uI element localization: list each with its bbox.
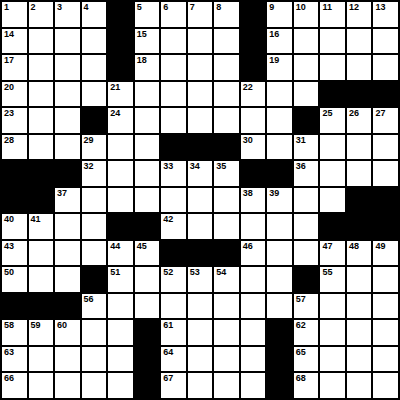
clue-number: 58: [4, 320, 14, 331]
cell-r8c5[interactable]: [108, 188, 133, 213]
cell-r13c3[interactable]: 60: [55, 320, 80, 345]
clue-number: 27: [375, 108, 385, 119]
clue-number: 36: [296, 161, 306, 172]
cell-r4c9[interactable]: [214, 82, 239, 107]
black-cell: [2, 294, 27, 319]
cell-r4c4[interactable]: [82, 82, 107, 107]
black-cell: [267, 373, 292, 398]
cell-r10c3[interactable]: [55, 241, 80, 266]
clue-number: 39: [269, 188, 279, 199]
clue-number: 53: [190, 267, 200, 278]
cell-r12c14[interactable]: [347, 294, 372, 319]
cell-r7c7[interactable]: 33: [161, 161, 186, 186]
clue-number: 57: [296, 294, 306, 305]
cell-r15c3[interactable]: [55, 373, 80, 398]
cell-r4c11[interactable]: [267, 82, 292, 107]
black-cell: [2, 188, 27, 213]
cell-r15c7[interactable]: 67: [161, 373, 186, 398]
cell-r1c3[interactable]: 3: [55, 2, 80, 27]
clue-number: 56: [84, 294, 94, 305]
cell-r14c15[interactable]: [373, 347, 398, 372]
clue-number: 29: [84, 135, 94, 146]
black-cell: [135, 214, 160, 239]
crossword-grid: 1234567891011121314151617181920212223242…: [0, 0, 400, 400]
cell-r9c8[interactable]: [188, 214, 213, 239]
cell-r12c8[interactable]: [188, 294, 213, 319]
cell-r4c7[interactable]: [161, 82, 186, 107]
cell-r9c1[interactable]: 40: [2, 214, 27, 239]
cell-r6c4[interactable]: 29: [82, 135, 107, 160]
cell-r6c12[interactable]: 31: [294, 135, 319, 160]
clue-number: 23: [4, 108, 14, 119]
clue-number: 49: [375, 241, 385, 252]
cell-r4c1[interactable]: 20: [2, 82, 27, 107]
black-cell: [241, 29, 266, 54]
black-cell: [55, 294, 80, 319]
clue-number: 10: [296, 2, 306, 13]
clue-number: 17: [4, 55, 14, 66]
cell-r5c9[interactable]: [214, 108, 239, 133]
clue-number: 18: [137, 55, 147, 66]
clue-number: 47: [322, 241, 332, 252]
black-cell: [161, 241, 186, 266]
cell-r8c8[interactable]: [188, 188, 213, 213]
black-cell: [82, 108, 107, 133]
cell-r11c1[interactable]: 50: [2, 267, 27, 292]
cell-r8c11[interactable]: 39: [267, 188, 292, 213]
black-cell: [241, 55, 266, 80]
cell-r3c14[interactable]: [347, 55, 372, 80]
cell-r7c8[interactable]: 34: [188, 161, 213, 186]
cell-r3c2[interactable]: [29, 55, 54, 80]
cell-r5c7[interactable]: [161, 108, 186, 133]
cell-r8c7[interactable]: [161, 188, 186, 213]
cell-r14c4[interactable]: [82, 347, 107, 372]
clue-number: 66: [4, 373, 14, 384]
black-cell: [347, 214, 372, 239]
cell-r8c9[interactable]: [214, 188, 239, 213]
black-cell: [108, 29, 133, 54]
cell-r1c1[interactable]: 1: [2, 2, 27, 27]
cell-r6c5[interactable]: [108, 135, 133, 160]
cell-r8c3[interactable]: 37: [55, 188, 80, 213]
clue-number: 45: [137, 241, 147, 252]
cell-r5c2[interactable]: [29, 108, 54, 133]
cell-r3c4[interactable]: [82, 55, 107, 80]
clue-number: 22: [243, 82, 253, 93]
cell-r3c1[interactable]: 17: [2, 55, 27, 80]
cell-r3c13[interactable]: [320, 55, 345, 80]
clue-number: 25: [322, 108, 332, 119]
black-cell: [294, 267, 319, 292]
cell-r8c6[interactable]: [135, 188, 160, 213]
cell-r15c1[interactable]: 66: [2, 373, 27, 398]
cell-r5c14[interactable]: 26: [347, 108, 372, 133]
cell-r12c13[interactable]: [320, 294, 345, 319]
clue-number: 21: [110, 82, 120, 93]
black-cell: [320, 82, 345, 107]
cell-r2c12[interactable]: [294, 29, 319, 54]
clue-number: 1: [4, 2, 9, 13]
clue-number: 20: [4, 82, 14, 93]
cell-r9c7[interactable]: 42: [161, 214, 186, 239]
cell-r6c14[interactable]: [347, 135, 372, 160]
cell-r6c2[interactable]: [29, 135, 54, 160]
cell-r15c8[interactable]: [188, 373, 213, 398]
cell-r4c5[interactable]: 21: [108, 82, 133, 107]
cell-r13c12[interactable]: 62: [294, 320, 319, 345]
cell-r11c6[interactable]: [135, 267, 160, 292]
cell-r14c7[interactable]: 64: [161, 347, 186, 372]
cell-r4c10[interactable]: 22: [241, 82, 266, 107]
cell-r15c15[interactable]: [373, 373, 398, 398]
cell-r13c2[interactable]: 59: [29, 320, 54, 345]
cell-r10c13[interactable]: 47: [320, 241, 345, 266]
clue-number: 16: [269, 29, 279, 40]
cell-r4c8[interactable]: [188, 82, 213, 107]
black-cell: [161, 135, 186, 160]
cell-r6c6[interactable]: [135, 135, 160, 160]
cell-r1c2[interactable]: 2: [29, 2, 54, 27]
cell-r11c8[interactable]: 53: [188, 267, 213, 292]
cell-r15c5[interactable]: [108, 373, 133, 398]
cell-r6c13[interactable]: [320, 135, 345, 160]
cell-r13c7[interactable]: 61: [161, 320, 186, 345]
black-cell: [373, 82, 398, 107]
black-cell: [373, 188, 398, 213]
black-cell: [267, 320, 292, 345]
cell-r2c1[interactable]: 14: [2, 29, 27, 54]
cell-r8c10[interactable]: 38: [241, 188, 266, 213]
clue-number: 32: [84, 161, 94, 172]
clue-number: 60: [57, 320, 67, 331]
cell-r10c10[interactable]: 46: [241, 241, 266, 266]
cell-r11c13[interactable]: 55: [320, 267, 345, 292]
black-cell: [347, 188, 372, 213]
black-cell: [294, 108, 319, 133]
cell-r12c15[interactable]: [373, 294, 398, 319]
black-cell: [108, 55, 133, 80]
cell-r3c3[interactable]: [55, 55, 80, 80]
cell-r7c5[interactable]: [108, 161, 133, 186]
cell-r3c12[interactable]: [294, 55, 319, 80]
cell-r7c9[interactable]: 35: [214, 161, 239, 186]
cell-r10c12[interactable]: [294, 241, 319, 266]
cell-r11c2[interactable]: [29, 267, 54, 292]
cell-r3c11[interactable]: 19: [267, 55, 292, 80]
cell-r10c1[interactable]: 43: [2, 241, 27, 266]
clue-number: 41: [31, 214, 41, 225]
cell-r5c10[interactable]: [241, 108, 266, 133]
cell-r3c9[interactable]: [214, 55, 239, 80]
black-cell: [135, 347, 160, 372]
clue-number: 67: [163, 373, 173, 384]
clue-number: 62: [296, 320, 306, 331]
cell-r5c13[interactable]: 25: [320, 108, 345, 133]
cell-r13c9[interactable]: [214, 320, 239, 345]
cell-r5c5[interactable]: 24: [108, 108, 133, 133]
clue-number: 4: [84, 2, 89, 13]
black-cell: [29, 294, 54, 319]
cell-r2c9[interactable]: [214, 29, 239, 54]
clue-number: 7: [190, 2, 195, 13]
cell-r8c13[interactable]: [320, 188, 345, 213]
cell-r10c5[interactable]: 44: [108, 241, 133, 266]
cell-r14c3[interactable]: [55, 347, 80, 372]
cell-r6c1[interactable]: 28: [2, 135, 27, 160]
cell-r11c14[interactable]: [347, 267, 372, 292]
clue-number: 8: [216, 2, 221, 13]
cell-r4c6[interactable]: [135, 82, 160, 107]
clue-number: 34: [190, 161, 200, 172]
cell-r7c4[interactable]: 32: [82, 161, 107, 186]
cell-r15c4[interactable]: [82, 373, 107, 398]
cell-r1c8[interactable]: 7: [188, 2, 213, 27]
cell-r11c10[interactable]: [241, 267, 266, 292]
clue-number: 37: [57, 188, 67, 199]
cell-r10c6[interactable]: 45: [135, 241, 160, 266]
clue-number: 2: [31, 2, 36, 13]
clue-number: 54: [216, 267, 226, 278]
clue-number: 61: [163, 320, 173, 331]
clue-number: 68: [296, 373, 306, 384]
clue-number: 15: [137, 29, 147, 40]
cell-r9c4[interactable]: [82, 214, 107, 239]
cell-r1c4[interactable]: 4: [82, 2, 107, 27]
cell-r9c12[interactable]: [294, 214, 319, 239]
cell-r1c6[interactable]: 5: [135, 2, 160, 27]
cell-r15c10[interactable]: [241, 373, 266, 398]
cell-r1c13[interactable]: 11: [320, 2, 345, 27]
cell-r7c6[interactable]: [135, 161, 160, 186]
cell-r13c15[interactable]: [373, 320, 398, 345]
cell-r10c2[interactable]: [29, 241, 54, 266]
cell-r1c14[interactable]: 12: [347, 2, 372, 27]
cell-r14c14[interactable]: [347, 347, 372, 372]
cell-r10c15[interactable]: 49: [373, 241, 398, 266]
cell-r2c3[interactable]: [55, 29, 80, 54]
clue-number: 40: [4, 214, 14, 225]
cell-r1c15[interactable]: 13: [373, 2, 398, 27]
cell-r5c6[interactable]: [135, 108, 160, 133]
cell-r4c12[interactable]: [294, 82, 319, 107]
clue-number: 11: [322, 2, 332, 13]
cell-r15c13[interactable]: [320, 373, 345, 398]
clue-number: 31: [296, 135, 306, 146]
cell-r6c11[interactable]: [267, 135, 292, 160]
black-cell: [320, 214, 345, 239]
cell-r12c11[interactable]: [267, 294, 292, 319]
clue-number: 28: [4, 135, 14, 146]
clue-number: 65: [296, 347, 306, 358]
cell-r5c8[interactable]: [188, 108, 213, 133]
cell-r11c9[interactable]: 54: [214, 267, 239, 292]
cell-r2c8[interactable]: [188, 29, 213, 54]
cell-r9c2[interactable]: 41: [29, 214, 54, 239]
cell-r5c11[interactable]: [267, 108, 292, 133]
clue-number: 9: [269, 2, 274, 13]
cell-r14c1[interactable]: 63: [2, 347, 27, 372]
clue-number: 3: [57, 2, 62, 13]
cell-r1c11[interactable]: 9: [267, 2, 292, 27]
clue-number: 12: [349, 2, 359, 13]
cell-r13c5[interactable]: [108, 320, 133, 345]
cell-r14c2[interactable]: [29, 347, 54, 372]
clue-number: 44: [110, 241, 120, 252]
cell-r14c13[interactable]: [320, 347, 345, 372]
cell-r10c4[interactable]: [82, 241, 107, 266]
cell-r1c9[interactable]: 8: [214, 2, 239, 27]
cell-r12c12[interactable]: 57: [294, 294, 319, 319]
cell-r13c1[interactable]: 58: [2, 320, 27, 345]
cell-r5c3[interactable]: [55, 108, 80, 133]
black-cell: [214, 241, 239, 266]
cell-r15c2[interactable]: [29, 373, 54, 398]
clue-number: 6: [163, 2, 168, 13]
cell-r8c4[interactable]: [82, 188, 107, 213]
cell-r14c8[interactable]: [188, 347, 213, 372]
black-cell: [108, 214, 133, 239]
cell-r11c7[interactable]: 52: [161, 267, 186, 292]
clue-number: 50: [4, 267, 14, 278]
black-cell: [267, 161, 292, 186]
cell-r2c4[interactable]: [82, 29, 107, 54]
clue-number: 59: [31, 320, 41, 331]
cell-r15c12[interactable]: 68: [294, 373, 319, 398]
cell-r11c3[interactable]: [55, 267, 80, 292]
clue-number: 14: [4, 29, 14, 40]
cell-r2c14[interactable]: [347, 29, 372, 54]
cell-r14c10[interactable]: [241, 347, 266, 372]
cell-r12c5[interactable]: [108, 294, 133, 319]
clue-number: 48: [349, 241, 359, 252]
cell-r12c7[interactable]: [161, 294, 186, 319]
clue-number: 30: [243, 135, 253, 146]
clue-number: 64: [163, 347, 173, 358]
cell-r13c13[interactable]: [320, 320, 345, 345]
cell-r3c15[interactable]: [373, 55, 398, 80]
black-cell: [241, 2, 266, 27]
clue-number: 26: [349, 108, 359, 119]
cell-r12c9[interactable]: [214, 294, 239, 319]
cell-r1c7[interactable]: 6: [161, 2, 186, 27]
cell-r12c10[interactable]: [241, 294, 266, 319]
clue-number: 33: [163, 161, 173, 172]
clue-number: 35: [216, 161, 226, 172]
clue-number: 19: [269, 55, 279, 66]
clue-number: 38: [243, 188, 253, 199]
cell-r1c12[interactable]: 10: [294, 2, 319, 27]
cell-r5c15[interactable]: 27: [373, 108, 398, 133]
cell-r2c6[interactable]: 15: [135, 29, 160, 54]
black-cell: [347, 82, 372, 107]
black-cell: [108, 2, 133, 27]
cell-r9c3[interactable]: [55, 214, 80, 239]
cell-r3c7[interactable]: [161, 55, 186, 80]
clue-number: 24: [110, 108, 120, 119]
cell-r13c8[interactable]: [188, 320, 213, 345]
cell-r11c5[interactable]: 51: [108, 267, 133, 292]
cell-r3c8[interactable]: [188, 55, 213, 80]
cell-r8c12[interactable]: [294, 188, 319, 213]
clue-number: 5: [137, 2, 142, 13]
cell-r12c6[interactable]: [135, 294, 160, 319]
cell-r9c11[interactable]: [267, 214, 292, 239]
black-cell: [29, 188, 54, 213]
black-cell: [55, 161, 80, 186]
cell-r2c7[interactable]: [161, 29, 186, 54]
clue-number: 52: [163, 267, 173, 278]
cell-r15c9[interactable]: [214, 373, 239, 398]
cell-r11c15[interactable]: [373, 267, 398, 292]
cell-r11c11[interactable]: [267, 267, 292, 292]
black-cell: [188, 241, 213, 266]
black-cell: [135, 320, 160, 345]
black-cell: [135, 373, 160, 398]
cell-r2c13[interactable]: [320, 29, 345, 54]
cell-r15c14[interactable]: [347, 373, 372, 398]
black-cell: [2, 161, 27, 186]
clue-number: 51: [110, 267, 120, 278]
black-cell: [241, 161, 266, 186]
cell-r14c12[interactable]: 65: [294, 347, 319, 372]
cell-r7c13[interactable]: [320, 161, 345, 186]
black-cell: [82, 267, 107, 292]
black-cell: [267, 347, 292, 372]
cell-r4c3[interactable]: [55, 82, 80, 107]
cell-r14c5[interactable]: [108, 347, 133, 372]
black-cell: [373, 214, 398, 239]
cell-r7c14[interactable]: [347, 161, 372, 186]
black-cell: [214, 135, 239, 160]
cell-r6c3[interactable]: [55, 135, 80, 160]
cell-r13c4[interactable]: [82, 320, 107, 345]
cell-r5c1[interactable]: 23: [2, 108, 27, 133]
cell-r14c9[interactable]: [214, 347, 239, 372]
black-cell: [29, 161, 54, 186]
cell-r6c15[interactable]: [373, 135, 398, 160]
cell-r3c6[interactable]: 18: [135, 55, 160, 80]
cell-r2c2[interactable]: [29, 29, 54, 54]
cell-r7c15[interactable]: [373, 161, 398, 186]
cell-r9c9[interactable]: [214, 214, 239, 239]
clue-number: 43: [4, 241, 14, 252]
cell-r12c4[interactable]: 56: [82, 294, 107, 319]
clue-number: 13: [375, 2, 385, 13]
cell-r4c2[interactable]: [29, 82, 54, 107]
clue-number: 63: [4, 347, 14, 358]
clue-number: 55: [322, 267, 332, 278]
cell-r6c10[interactable]: 30: [241, 135, 266, 160]
cell-r13c14[interactable]: [347, 320, 372, 345]
cell-r2c15[interactable]: [373, 29, 398, 54]
cell-r9c10[interactable]: [241, 214, 266, 239]
cell-r2c11[interactable]: 16: [267, 29, 292, 54]
clue-number: 46: [243, 241, 253, 252]
clue-number: 42: [163, 214, 173, 225]
cell-r13c10[interactable]: [241, 320, 266, 345]
cell-r10c11[interactable]: [267, 241, 292, 266]
black-cell: [188, 135, 213, 160]
cell-r7c12[interactable]: 36: [294, 161, 319, 186]
cell-r10c14[interactable]: 48: [347, 241, 372, 266]
